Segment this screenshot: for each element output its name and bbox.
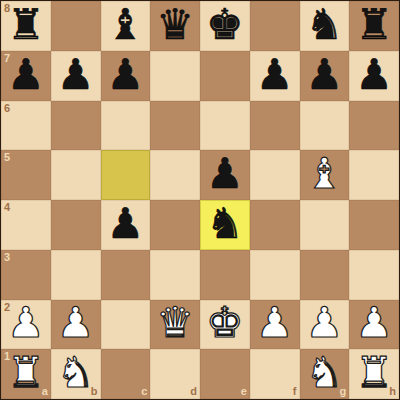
square-c5[interactable] bbox=[101, 150, 151, 200]
piece-black-bishop[interactable]: ♝ bbox=[107, 4, 145, 46]
piece-white-pawn[interactable]: ♟ bbox=[256, 302, 294, 344]
piece-white-pawn[interactable]: ♟ bbox=[355, 302, 393, 344]
file-label-c: c bbox=[141, 386, 147, 397]
square-h7[interactable]: ♟ bbox=[349, 51, 399, 101]
piece-black-king[interactable]: ♚ bbox=[206, 4, 244, 46]
piece-white-knight[interactable]: ♞ bbox=[57, 352, 95, 394]
square-b4[interactable] bbox=[51, 200, 101, 250]
square-g2[interactable]: ♟ bbox=[300, 300, 350, 350]
square-h8[interactable]: ♜ bbox=[349, 1, 399, 51]
piece-white-knight[interactable]: ♞ bbox=[306, 352, 344, 394]
square-g5[interactable]: ♝ bbox=[300, 150, 350, 200]
square-a5[interactable]: 5 bbox=[1, 150, 51, 200]
square-c6[interactable] bbox=[101, 101, 151, 151]
piece-white-pawn[interactable]: ♟ bbox=[306, 302, 344, 344]
file-label-d: d bbox=[190, 386, 197, 397]
piece-black-pawn[interactable]: ♟ bbox=[7, 54, 45, 96]
square-a1[interactable]: 1a♜ bbox=[1, 349, 51, 399]
rank-label-6: 6 bbox=[4, 103, 10, 114]
piece-black-knight[interactable]: ♞ bbox=[306, 4, 344, 46]
square-f5[interactable] bbox=[250, 150, 300, 200]
piece-black-pawn[interactable]: ♟ bbox=[206, 153, 244, 195]
square-e2[interactable]: ♚ bbox=[200, 300, 250, 350]
square-c7[interactable]: ♟ bbox=[101, 51, 151, 101]
square-e5[interactable]: ♟ bbox=[200, 150, 250, 200]
square-b6[interactable] bbox=[51, 101, 101, 151]
rank-label-5: 5 bbox=[4, 152, 10, 163]
square-g4[interactable] bbox=[300, 200, 350, 250]
piece-black-knight[interactable]: ♞ bbox=[206, 203, 244, 245]
square-d3[interactable] bbox=[150, 250, 200, 300]
piece-white-rook[interactable]: ♜ bbox=[7, 352, 45, 394]
square-c3[interactable] bbox=[101, 250, 151, 300]
square-e8[interactable]: ♚ bbox=[200, 1, 250, 51]
square-g3[interactable] bbox=[300, 250, 350, 300]
square-f8[interactable] bbox=[250, 1, 300, 51]
file-label-e: e bbox=[241, 386, 247, 397]
piece-white-rook[interactable]: ♜ bbox=[355, 352, 393, 394]
square-c1[interactable]: c bbox=[101, 349, 151, 399]
piece-white-queen[interactable]: ♛ bbox=[156, 302, 194, 344]
square-b1[interactable]: b♞ bbox=[51, 349, 101, 399]
square-h2[interactable]: ♟ bbox=[349, 300, 399, 350]
square-f1[interactable]: f bbox=[250, 349, 300, 399]
square-a7[interactable]: 7♟ bbox=[1, 51, 51, 101]
piece-black-pawn[interactable]: ♟ bbox=[107, 203, 145, 245]
piece-white-pawn[interactable]: ♟ bbox=[7, 302, 45, 344]
square-d7[interactable] bbox=[150, 51, 200, 101]
rank-label-4: 4 bbox=[4, 202, 10, 213]
square-b3[interactable] bbox=[51, 250, 101, 300]
square-g8[interactable]: ♞ bbox=[300, 1, 350, 51]
rank-label-3: 3 bbox=[4, 252, 10, 263]
square-h5[interactable] bbox=[349, 150, 399, 200]
square-d5[interactable] bbox=[150, 150, 200, 200]
square-g7[interactable]: ♟ bbox=[300, 51, 350, 101]
square-f3[interactable] bbox=[250, 250, 300, 300]
square-d4[interactable] bbox=[150, 200, 200, 250]
square-d8[interactable]: ♛ bbox=[150, 1, 200, 51]
piece-black-pawn[interactable]: ♟ bbox=[57, 54, 95, 96]
square-d6[interactable] bbox=[150, 101, 200, 151]
square-f2[interactable]: ♟ bbox=[250, 300, 300, 350]
square-b7[interactable]: ♟ bbox=[51, 51, 101, 101]
piece-black-pawn[interactable]: ♟ bbox=[107, 54, 145, 96]
square-a2[interactable]: 2♟ bbox=[1, 300, 51, 350]
square-h4[interactable] bbox=[349, 200, 399, 250]
square-c8[interactable]: ♝ bbox=[101, 1, 151, 51]
square-h1[interactable]: h♜ bbox=[349, 349, 399, 399]
square-b2[interactable]: ♟ bbox=[51, 300, 101, 350]
square-f4[interactable] bbox=[250, 200, 300, 250]
piece-black-queen[interactable]: ♛ bbox=[156, 4, 194, 46]
piece-black-rook[interactable]: ♜ bbox=[7, 4, 45, 46]
piece-black-pawn[interactable]: ♟ bbox=[256, 54, 294, 96]
chess-board: 8♜♝♛♚♞♜7♟♟♟♟♟♟65♟♝4♟♞32♟♟♛♚♟♟♟1a♜b♞cdefg… bbox=[0, 0, 400, 400]
square-c4[interactable]: ♟ bbox=[101, 200, 151, 250]
square-d2[interactable]: ♛ bbox=[150, 300, 200, 350]
square-a3[interactable]: 3 bbox=[1, 250, 51, 300]
piece-black-pawn[interactable]: ♟ bbox=[306, 54, 344, 96]
square-c2[interactable] bbox=[101, 300, 151, 350]
square-f6[interactable] bbox=[250, 101, 300, 151]
piece-black-rook[interactable]: ♜ bbox=[355, 4, 393, 46]
file-label-f: f bbox=[293, 386, 297, 397]
chess-board-container: 8♜♝♛♚♞♜7♟♟♟♟♟♟65♟♝4♟♞32♟♟♛♚♟♟♟1a♜b♞cdefg… bbox=[0, 0, 400, 400]
square-g1[interactable]: g♞ bbox=[300, 349, 350, 399]
square-e4[interactable]: ♞ bbox=[200, 200, 250, 250]
square-a6[interactable]: 6 bbox=[1, 101, 51, 151]
square-b8[interactable] bbox=[51, 1, 101, 51]
square-a8[interactable]: 8♜ bbox=[1, 1, 51, 51]
piece-white-pawn[interactable]: ♟ bbox=[57, 302, 95, 344]
square-e6[interactable] bbox=[200, 101, 250, 151]
piece-white-bishop[interactable]: ♝ bbox=[306, 153, 344, 195]
square-g6[interactable] bbox=[300, 101, 350, 151]
square-h3[interactable] bbox=[349, 250, 399, 300]
square-e1[interactable]: e bbox=[200, 349, 250, 399]
square-f7[interactable]: ♟ bbox=[250, 51, 300, 101]
piece-white-king[interactable]: ♚ bbox=[206, 302, 244, 344]
square-a4[interactable]: 4 bbox=[1, 200, 51, 250]
piece-black-pawn[interactable]: ♟ bbox=[355, 54, 393, 96]
square-h6[interactable] bbox=[349, 101, 399, 151]
square-d1[interactable]: d bbox=[150, 349, 200, 399]
square-e7[interactable] bbox=[200, 51, 250, 101]
square-e3[interactable] bbox=[200, 250, 250, 300]
square-b5[interactable] bbox=[51, 150, 101, 200]
